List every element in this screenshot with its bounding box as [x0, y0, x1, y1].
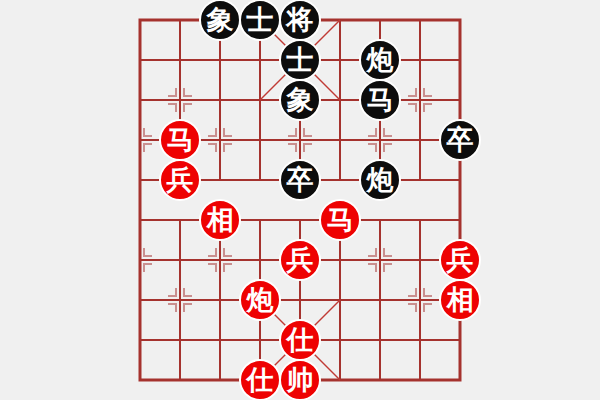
piece-label: 仕 [287, 326, 314, 353]
piece-label: 卒 [447, 126, 474, 153]
piece-label: 兵 [447, 246, 474, 273]
piece-red-advisor[interactable]: 仕 [239, 359, 281, 400]
piece-red-soldier[interactable]: 兵 [439, 239, 481, 281]
piece-black-advisor[interactable]: 士 [239, 0, 281, 41]
piece-black-advisor[interactable]: 士 [279, 39, 321, 81]
piece-red-soldier[interactable]: 兵 [159, 159, 201, 201]
piece-red-soldier[interactable]: 兵 [279, 239, 321, 281]
piece-black-cannon[interactable]: 炮 [359, 39, 401, 81]
piece-red-general[interactable]: 帅 [279, 359, 321, 400]
piece-red-horse[interactable]: 马 [159, 119, 201, 161]
piece-label: 马 [167, 126, 194, 153]
piece-red-cannon[interactable]: 炮 [239, 279, 281, 321]
piece-label: 士 [287, 46, 314, 73]
piece-label: 仕 [247, 366, 274, 393]
piece-label: 马 [367, 86, 394, 113]
piece-label: 相 [447, 286, 474, 313]
piece-red-advisor[interactable]: 仕 [279, 319, 321, 361]
xiangqi-board[interactable]: 象士将士炮象马马卒兵卒炮相马兵兵炮相仕仕帅 [0, 0, 600, 400]
piece-label: 炮 [247, 286, 274, 313]
piece-black-cannon[interactable]: 炮 [359, 159, 401, 201]
piece-label: 卒 [287, 166, 314, 193]
piece-label: 炮 [367, 46, 394, 73]
piece-label: 相 [207, 206, 234, 233]
piece-label: 帅 [287, 366, 314, 393]
piece-label: 炮 [367, 166, 394, 193]
piece-black-general[interactable]: 将 [279, 0, 321, 41]
piece-red-elephant[interactable]: 相 [439, 279, 481, 321]
piece-label: 象 [207, 6, 234, 33]
piece-black-elephant[interactable]: 象 [199, 0, 241, 41]
piece-red-elephant[interactable]: 相 [199, 199, 241, 241]
piece-label: 兵 [287, 246, 314, 273]
piece-label: 士 [247, 6, 274, 33]
piece-label: 象 [287, 86, 314, 113]
piece-black-soldier[interactable]: 卒 [279, 159, 321, 201]
piece-red-horse[interactable]: 马 [319, 199, 361, 241]
piece-black-soldier[interactable]: 卒 [439, 119, 481, 161]
piece-label: 将 [287, 6, 314, 33]
piece-black-elephant[interactable]: 象 [279, 79, 321, 121]
piece-label: 马 [327, 206, 354, 233]
piece-black-horse[interactable]: 马 [359, 79, 401, 121]
piece-label: 兵 [167, 166, 194, 193]
